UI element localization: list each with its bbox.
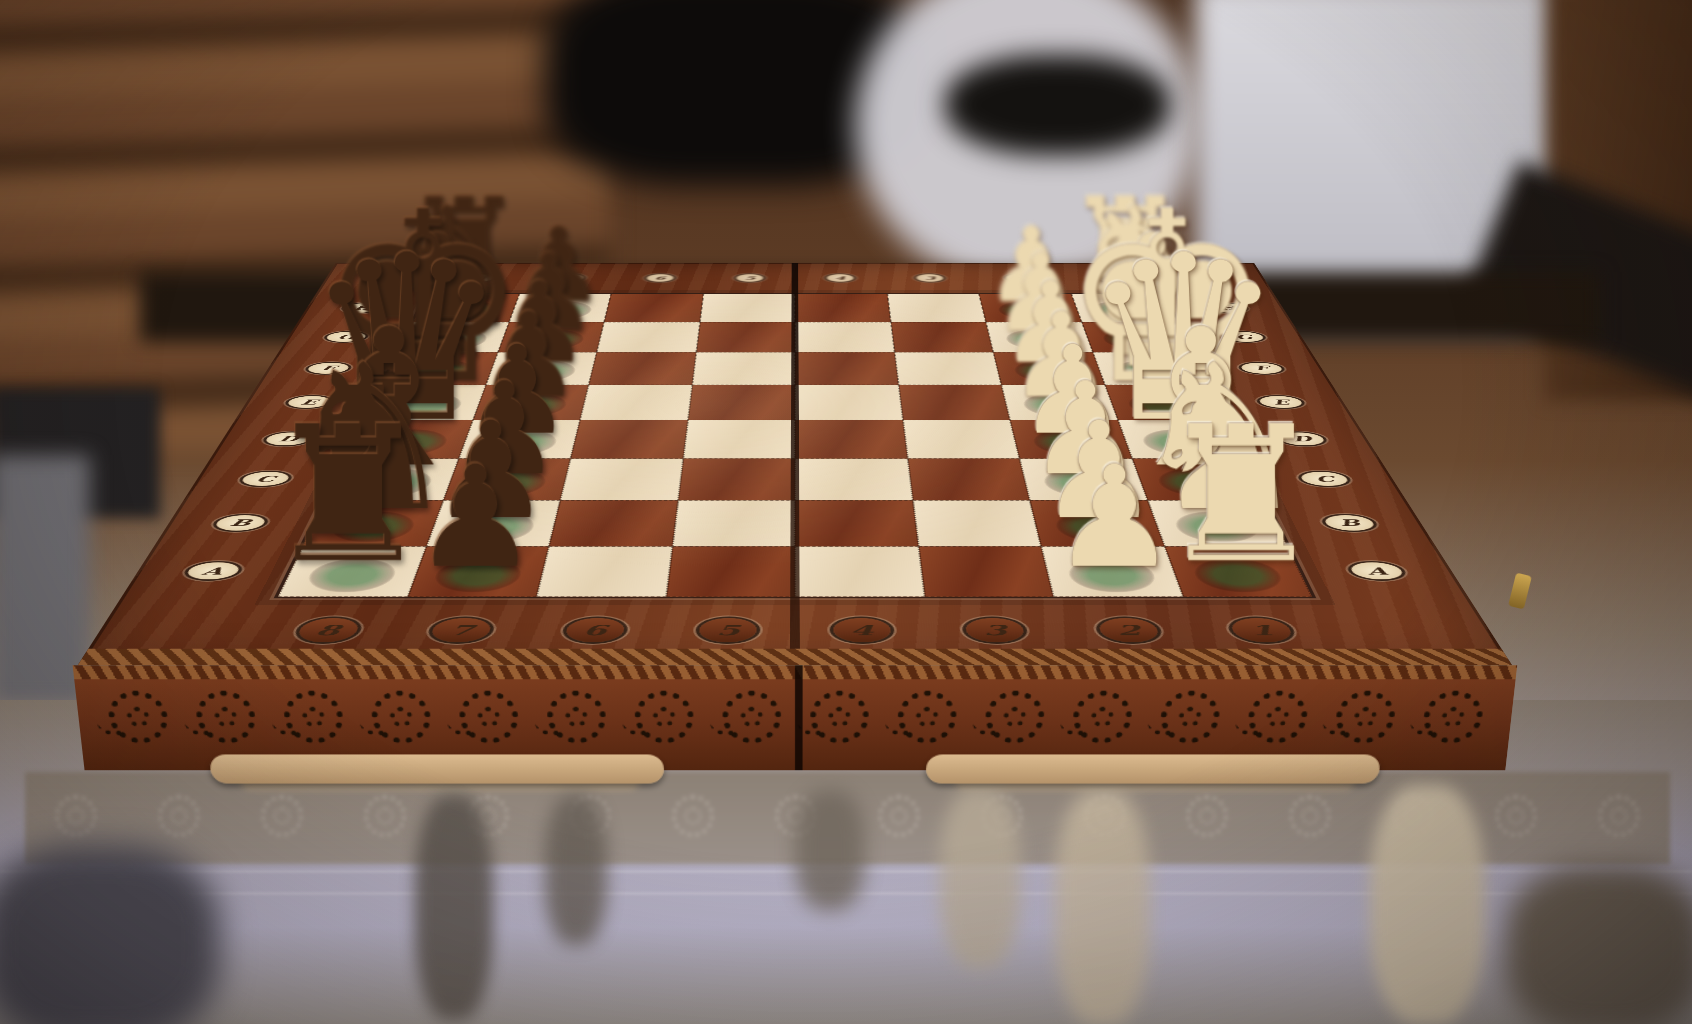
chess-board: ♜♟♟♜♞♟♟♞♝♟♟♝♚♟♟♚♛♟♟♛♝♟♟♝♞♟♟♞♜♟♟♜ 8877665…	[78, 263, 1513, 665]
square-f4[interactable]	[795, 352, 898, 385]
spiral-ornament	[458, 691, 519, 743]
photo-scene: ♜♟♟♜♞♟♟♞♝♟♟♝♚♟♟♚♛♟♟♛♝♟♟♝♞♟♟♞♜♟♟♜ 8877665…	[0, 0, 1692, 1024]
white-rook-a1[interactable]: ♜	[1158, 405, 1326, 583]
square-f6[interactable]	[589, 352, 696, 385]
square-b4[interactable]	[795, 500, 918, 546]
square-a1[interactable]: ♜	[1164, 546, 1312, 597]
square-g5[interactable]	[696, 322, 795, 352]
square-e5[interactable]	[688, 385, 796, 420]
square-g6[interactable]	[597, 322, 700, 352]
square-a7[interactable]: ♟	[407, 546, 549, 597]
square-d4[interactable]	[795, 420, 907, 458]
square-b5[interactable]	[672, 500, 795, 546]
black-rook-a8[interactable]: ♜	[264, 405, 432, 583]
square-g3[interactable]	[890, 322, 993, 352]
spiral-ornament	[984, 691, 1044, 743]
square-g4[interactable]	[795, 322, 894, 352]
square-d5[interactable]	[683, 420, 795, 458]
square-b3[interactable]	[912, 500, 1041, 546]
box-handle-left	[209, 754, 664, 783]
square-a3[interactable]	[918, 546, 1053, 597]
square-h4[interactable]	[795, 294, 890, 322]
square-c4[interactable]	[795, 458, 912, 500]
spiral-ornament	[105, 691, 169, 743]
square-d6[interactable]	[571, 420, 688, 458]
spiral-ornament	[897, 691, 957, 743]
rank-label-back-3: 3	[916, 274, 944, 282]
square-a8[interactable]: ♜	[278, 546, 426, 597]
square-c3[interactable]	[907, 458, 1030, 500]
square-h3[interactable]	[887, 294, 986, 322]
square-a6[interactable]	[536, 546, 671, 597]
box-handle-right	[926, 754, 1381, 783]
square-f5[interactable]	[692, 352, 795, 385]
spiral-ornament	[722, 691, 781, 743]
square-d3[interactable]	[903, 420, 1020, 458]
spiral-ornament	[634, 691, 694, 743]
square-f3[interactable]	[894, 352, 1001, 385]
square-e3[interactable]	[898, 385, 1010, 420]
spiral-ornament	[810, 691, 869, 743]
square-h5[interactable]	[700, 294, 795, 322]
rank-label-back-4: 4	[826, 274, 853, 282]
spiral-ornament	[193, 691, 256, 743]
box-halves-gap	[795, 665, 803, 770]
board-perspective-wrap: ♜♟♟♜♞♟♟♞♝♟♟♝♚♟♟♚♛♟♟♛♝♟♟♝♞♟♟♞♜♟♟♜ 8877665…	[0, 0, 1692, 1024]
square-b6[interactable]	[549, 500, 678, 546]
spiral-ornament	[546, 691, 606, 743]
square-h6[interactable]	[604, 294, 703, 322]
spiral-ornament	[370, 691, 432, 743]
square-a4[interactable]	[795, 546, 924, 597]
spiral-ornament	[1159, 691, 1221, 743]
square-c5[interactable]	[678, 458, 795, 500]
square-c6[interactable]	[560, 458, 683, 500]
square-e6[interactable]	[580, 385, 692, 420]
box-front-face	[73, 665, 1518, 770]
spiral-ornament	[1246, 691, 1308, 743]
spiral-ornament	[1071, 691, 1132, 743]
square-e4[interactable]	[795, 385, 903, 420]
spiral-ornament	[1421, 691, 1485, 743]
black-pawn-a7[interactable]: ♟	[413, 451, 539, 584]
square-a5[interactable]	[666, 546, 795, 597]
spiral-ornament	[282, 691, 344, 743]
spiral-ornament	[1333, 691, 1396, 743]
